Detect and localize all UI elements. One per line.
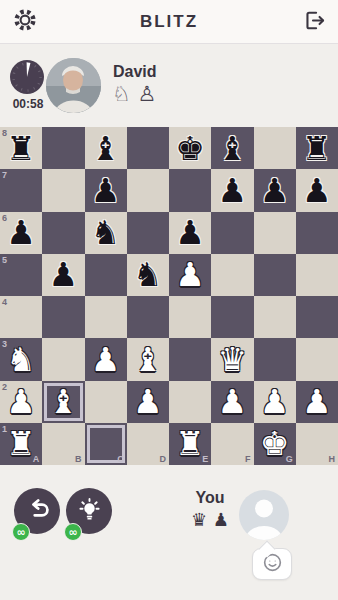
file-label-f: F bbox=[245, 454, 251, 464]
logout-icon bbox=[301, 8, 326, 36]
square-f3[interactable]: ♛ bbox=[211, 338, 253, 380]
square-e3[interactable] bbox=[169, 338, 211, 380]
square-f2[interactable]: ♟ bbox=[211, 381, 253, 423]
file-label-h: H bbox=[329, 454, 336, 464]
rank-label-6: 6 bbox=[2, 213, 7, 223]
white-pawn: ♟ bbox=[260, 385, 290, 418]
square-f6[interactable] bbox=[211, 212, 253, 254]
square-h6[interactable] bbox=[296, 212, 338, 254]
white-rook: ♜ bbox=[175, 427, 205, 460]
square-h2[interactable]: ♟ bbox=[296, 381, 338, 423]
square-a5[interactable]: 5 bbox=[0, 254, 42, 296]
black-rook: ♜ bbox=[6, 132, 36, 165]
white-pawn: ♟ bbox=[302, 385, 332, 418]
square-a8[interactable]: 8♜ bbox=[0, 127, 42, 169]
undo-count-badge: ∞ bbox=[12, 523, 30, 541]
square-d6[interactable] bbox=[127, 212, 169, 254]
square-h3[interactable] bbox=[296, 338, 338, 380]
gear-icon bbox=[12, 7, 38, 36]
opponent-captured-pieces: ♘ ♙ bbox=[112, 82, 156, 106]
file-label-g: G bbox=[286, 454, 293, 464]
white-pawn: ♟ bbox=[6, 385, 36, 418]
square-f5[interactable] bbox=[211, 254, 253, 296]
square-g8[interactable] bbox=[254, 127, 296, 169]
exit-game-button[interactable] bbox=[299, 8, 327, 36]
square-g1[interactable]: G♚ bbox=[254, 423, 296, 465]
black-pawn: ♟ bbox=[6, 216, 36, 249]
square-e2[interactable] bbox=[169, 381, 211, 423]
square-b2[interactable]: ♝ bbox=[42, 381, 84, 423]
black-pawn: ♟ bbox=[218, 174, 248, 207]
square-b3[interactable] bbox=[42, 338, 84, 380]
white-queen: ♛ bbox=[218, 343, 248, 376]
undo-arrow-icon bbox=[24, 496, 51, 526]
square-c2[interactable] bbox=[85, 381, 127, 423]
square-a3[interactable]: 3♞ bbox=[0, 338, 42, 380]
square-d2[interactable]: ♟ bbox=[127, 381, 169, 423]
opponent-avatar-photo[interactable] bbox=[46, 58, 101, 113]
square-h1[interactable]: H bbox=[296, 423, 338, 465]
page-title: BLITZ bbox=[0, 12, 338, 32]
square-g3[interactable] bbox=[254, 338, 296, 380]
rank-label-5: 5 bbox=[2, 255, 7, 265]
square-g7[interactable]: ♟ bbox=[254, 169, 296, 211]
square-g2[interactable]: ♟ bbox=[254, 381, 296, 423]
white-bishop: ♝ bbox=[49, 385, 79, 418]
square-b6[interactable] bbox=[42, 212, 84, 254]
square-a7[interactable]: 7 bbox=[0, 169, 42, 211]
opponent-clock-time: 00:58 bbox=[0, 97, 56, 111]
black-knight: ♞ bbox=[133, 258, 163, 291]
square-f7[interactable]: ♟ bbox=[211, 169, 253, 211]
black-pawn: ♟ bbox=[49, 258, 79, 291]
square-b7[interactable] bbox=[42, 169, 84, 211]
square-e5[interactable]: ♟ bbox=[169, 254, 211, 296]
white-knight: ♞ bbox=[6, 343, 36, 376]
square-d7[interactable] bbox=[127, 169, 169, 211]
square-d1[interactable]: D bbox=[127, 423, 169, 465]
file-label-a: A bbox=[33, 454, 40, 464]
square-f1[interactable]: F bbox=[211, 423, 253, 465]
white-pawn: ♟ bbox=[175, 258, 205, 291]
square-e4[interactable] bbox=[169, 296, 211, 338]
white-pawn: ♟ bbox=[91, 343, 121, 376]
square-c4[interactable] bbox=[85, 296, 127, 338]
square-e8[interactable]: ♚ bbox=[169, 127, 211, 169]
square-b4[interactable] bbox=[42, 296, 84, 338]
opponent-bar: 00:58 David ♘ ♙ bbox=[0, 44, 338, 127]
square-a1[interactable]: 1A♜ bbox=[0, 423, 42, 465]
black-rook: ♜ bbox=[302, 132, 332, 165]
square-e7[interactable] bbox=[169, 169, 211, 211]
square-c1[interactable]: C bbox=[85, 423, 127, 465]
black-pawn: ♟ bbox=[260, 174, 290, 207]
square-g4[interactable] bbox=[254, 296, 296, 338]
opponent-clock-icon bbox=[9, 59, 45, 95]
black-bishop: ♝ bbox=[91, 132, 121, 165]
square-e6[interactable]: ♟ bbox=[169, 212, 211, 254]
rank-label-2: 2 bbox=[2, 382, 7, 392]
square-h5[interactable] bbox=[296, 254, 338, 296]
square-c6[interactable]: ♞ bbox=[85, 212, 127, 254]
white-pawn: ♟ bbox=[133, 385, 163, 418]
file-label-d: D bbox=[160, 454, 167, 464]
hint-count-badge: ∞ bbox=[64, 523, 82, 541]
square-h8[interactable]: ♜ bbox=[296, 127, 338, 169]
square-a6[interactable]: 6♟ bbox=[0, 212, 42, 254]
square-c3[interactable]: ♟ bbox=[85, 338, 127, 380]
white-rook: ♜ bbox=[6, 427, 36, 460]
square-c5[interactable] bbox=[85, 254, 127, 296]
black-bishop: ♝ bbox=[218, 132, 248, 165]
square-c7[interactable]: ♟ bbox=[85, 169, 127, 211]
settings-button[interactable] bbox=[11, 8, 39, 36]
chess-board: 8♜♝♚♝♜7♟♟♟♟6♟♞♟5♟♞♟43♞♟♝♛2♟♝♟♟♟♟1A♜BCDE♜… bbox=[0, 127, 338, 465]
square-b5[interactable]: ♟ bbox=[42, 254, 84, 296]
square-b1[interactable]: B bbox=[42, 423, 84, 465]
rank-label-1: 1 bbox=[2, 424, 7, 434]
file-label-b: B bbox=[75, 454, 82, 464]
white-bishop: ♝ bbox=[133, 343, 163, 376]
emoji-chat-button[interactable] bbox=[252, 548, 292, 580]
top-bar: BLITZ bbox=[0, 0, 338, 44]
rank-label-4: 4 bbox=[2, 297, 7, 307]
black-pawn: ♟ bbox=[91, 174, 121, 207]
square-d8[interactable] bbox=[127, 127, 169, 169]
square-d3[interactable]: ♝ bbox=[127, 338, 169, 380]
rank-label-8: 8 bbox=[2, 128, 7, 138]
square-e1[interactable]: E♜ bbox=[169, 423, 211, 465]
square-a4[interactable]: 4 bbox=[0, 296, 42, 338]
lightbulb-icon bbox=[76, 496, 103, 526]
square-g5[interactable] bbox=[254, 254, 296, 296]
rank-label-7: 7 bbox=[2, 170, 7, 180]
player-bar: ∞ ∞ You ♛ ♟ bbox=[0, 465, 338, 600]
black-pawn: ♟ bbox=[175, 216, 205, 249]
player-avatar-placeholder[interactable] bbox=[239, 490, 289, 540]
black-knight: ♞ bbox=[91, 216, 121, 249]
square-h4[interactable] bbox=[296, 296, 338, 338]
file-label-e: E bbox=[202, 454, 208, 464]
square-h7[interactable]: ♟ bbox=[296, 169, 338, 211]
file-label-c: C bbox=[117, 454, 124, 464]
square-a2[interactable]: 2♟ bbox=[0, 381, 42, 423]
player-label: You bbox=[178, 489, 242, 507]
square-f8[interactable]: ♝ bbox=[211, 127, 253, 169]
black-king: ♚ bbox=[175, 132, 205, 165]
square-b8[interactable] bbox=[42, 127, 84, 169]
rank-label-3: 3 bbox=[2, 339, 7, 349]
square-f4[interactable] bbox=[211, 296, 253, 338]
black-pawn: ♟ bbox=[302, 174, 332, 207]
opponent-name: David bbox=[113, 63, 157, 81]
square-g6[interactable] bbox=[254, 212, 296, 254]
square-d4[interactable] bbox=[127, 296, 169, 338]
player-captured-pieces: ♛ ♟ bbox=[178, 509, 242, 530]
square-d5[interactable]: ♞ bbox=[127, 254, 169, 296]
white-pawn: ♟ bbox=[218, 385, 248, 418]
square-c8[interactable]: ♝ bbox=[85, 127, 127, 169]
